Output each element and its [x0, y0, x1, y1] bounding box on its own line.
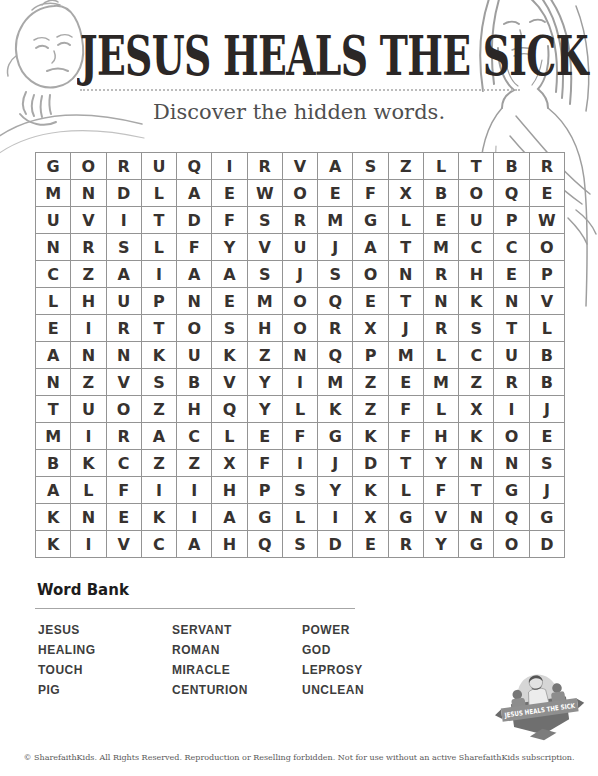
grid-cell-r11c11[interactable]: F: [389, 423, 423, 449]
grid-cell-r1c10[interactable]: S: [353, 153, 387, 179]
grid-cell-r10c2[interactable]: U: [71, 396, 105, 422]
grid-cell-r7c9[interactable]: R: [318, 315, 352, 341]
grid-cell-r15c4[interactable]: C: [142, 531, 176, 557]
grid-cell-r14c5[interactable]: I: [177, 504, 211, 530]
grid-cell-r6c5[interactable]: N: [177, 288, 211, 314]
grid-cell-r3c13[interactable]: U: [459, 207, 493, 233]
grid-cell-r15c6[interactable]: H: [212, 531, 246, 557]
grid-cell-r11c4[interactable]: A: [142, 423, 176, 449]
grid-cell-r7c5[interactable]: O: [177, 315, 211, 341]
grid-cell-r2c10[interactable]: F: [353, 180, 387, 206]
grid-cell-r15c5[interactable]: A: [177, 531, 211, 557]
grid-cell-r15c9[interactable]: D: [318, 531, 352, 557]
grid-cell-r9c10[interactable]: Z: [353, 369, 387, 395]
grid-cell-r15c15[interactable]: D: [530, 531, 564, 557]
grid-cell-r2c13[interactable]: O: [459, 180, 493, 206]
grid-cell-r3c2[interactable]: V: [71, 207, 105, 233]
grid-cell-r13c13[interactable]: T: [459, 477, 493, 503]
grid-cell-r11c12[interactable]: H: [424, 423, 458, 449]
grid-cell-r8c15[interactable]: B: [530, 342, 564, 368]
grid-cell-r9c12[interactable]: M: [424, 369, 458, 395]
grid-cell-r7c6[interactable]: S: [212, 315, 246, 341]
grid-cell-r13c15[interactable]: J: [530, 477, 564, 503]
grid-cell-r11c8[interactable]: F: [283, 423, 317, 449]
grid-cell-r3c1[interactable]: U: [36, 207, 70, 233]
grid-cell-r11c6[interactable]: L: [212, 423, 246, 449]
grid-cell-r1c5[interactable]: Q: [177, 153, 211, 179]
grid-cell-r3c3[interactable]: I: [107, 207, 141, 233]
grid-cell-r1c4[interactable]: U: [142, 153, 176, 179]
grid-cell-r13c4[interactable]: I: [142, 477, 176, 503]
grid-cell-r1c2[interactable]: O: [71, 153, 105, 179]
grid-cell-r9c14[interactable]: R: [494, 369, 528, 395]
grid-cell-r10c10[interactable]: Z: [353, 396, 387, 422]
grid-cell-r1c3[interactable]: R: [107, 153, 141, 179]
grid-cell-r4c10[interactable]: A: [353, 234, 387, 260]
grid-cell-r15c3[interactable]: V: [107, 531, 141, 557]
grid-cell-r8c7[interactable]: Z: [248, 342, 282, 368]
grid-cell-r6c6[interactable]: E: [212, 288, 246, 314]
word-bank-item-jesus: JESUS: [38, 620, 172, 640]
grid-cell-r9c4[interactable]: S: [142, 369, 176, 395]
grid-cell-r11c3[interactable]: R: [107, 423, 141, 449]
grid-cell-r12c9[interactable]: J: [318, 450, 352, 476]
grid-cell-r8c2[interactable]: N: [71, 342, 105, 368]
grid-cell-r13c12[interactable]: F: [424, 477, 458, 503]
grid-cell-r4c5[interactable]: F: [177, 234, 211, 260]
grid-cell-r10c12[interactable]: L: [424, 396, 458, 422]
grid-cell-r10c7[interactable]: Y: [248, 396, 282, 422]
word-bank-item-roman: ROMAN: [172, 640, 302, 660]
grid-cell-r12c8[interactable]: I: [283, 450, 317, 476]
grid-cell-r11c2[interactable]: I: [71, 423, 105, 449]
grid-cell-r5c6[interactable]: A: [212, 261, 246, 287]
grid-cell-r14c3[interactable]: E: [107, 504, 141, 530]
word-bank-item-unclean: UNCLEAN: [302, 680, 364, 700]
grid-cell-r9c2[interactable]: Z: [71, 369, 105, 395]
grid-cell-r11c10[interactable]: K: [353, 423, 387, 449]
grid-cell-r7c11[interactable]: J: [389, 315, 423, 341]
word-bank-list: JESUSHEALINGTOUCHPIG SERVANTROMANMIRACLE…: [38, 620, 364, 700]
grid-cell-r5c13[interactable]: H: [459, 261, 493, 287]
grid-cell-r5c10[interactable]: O: [353, 261, 387, 287]
subtitle: Discover the hidden words.: [0, 100, 598, 124]
grid-cell-r3c12[interactable]: E: [424, 207, 458, 233]
grid-cell-r15c8[interactable]: S: [283, 531, 317, 557]
grid-cell-r2c5[interactable]: A: [177, 180, 211, 206]
grid-cell-r10c1[interactable]: T: [36, 396, 70, 422]
grid-cell-r11c5[interactable]: C: [177, 423, 211, 449]
word-grid: GORUQIRVASZLTBRMNDLAEWOEFXBOQEUVITDFSRMG…: [35, 152, 565, 558]
grid-cell-r7c10[interactable]: X: [353, 315, 387, 341]
word-bank-column-3: POWERGODLEPROSYUNCLEAN: [302, 620, 364, 700]
word-bank-column-1: JESUSHEALINGTOUCHPIG: [38, 620, 172, 700]
grid-cell-r14c9[interactable]: I: [318, 504, 352, 530]
grid-cell-r13c8[interactable]: S: [283, 477, 317, 503]
grid-cell-r3c15[interactable]: W: [530, 207, 564, 233]
grid-cell-r6c12[interactable]: N: [424, 288, 458, 314]
grid-cell-r8c6[interactable]: K: [212, 342, 246, 368]
word-bank-item-touch: TOUCH: [38, 660, 172, 680]
grid-cell-r7c4[interactable]: T: [142, 315, 176, 341]
word-bank-divider: [35, 608, 355, 609]
grid-cell-r10c9[interactable]: K: [318, 396, 352, 422]
page-title: JESUS HEALS THE SICK: [80, 24, 452, 88]
grid-cell-r11c13[interactable]: K: [459, 423, 493, 449]
grid-cell-r3c14[interactable]: P: [494, 207, 528, 233]
grid-cell-r9c1[interactable]: N: [36, 369, 70, 395]
grid-cell-r8c10[interactable]: P: [353, 342, 387, 368]
grid-cell-r8c8[interactable]: N: [283, 342, 317, 368]
word-bank-item-miracle: MIRACLE: [172, 660, 302, 680]
grid-cell-r6c7[interactable]: M: [248, 288, 282, 314]
grid-cell-r12c1[interactable]: B: [36, 450, 70, 476]
grid-cell-r6c8[interactable]: O: [283, 288, 317, 314]
grid-cell-r7c7[interactable]: H: [248, 315, 282, 341]
grid-cell-r5c7[interactable]: S: [248, 261, 282, 287]
grid-cell-r5c4[interactable]: I: [142, 261, 176, 287]
grid-cell-r1c15[interactable]: R: [530, 153, 564, 179]
word-bank-item-god: GOD: [302, 640, 364, 660]
grid-cell-r5c15[interactable]: P: [530, 261, 564, 287]
grid-cell-r14c11[interactable]: G: [389, 504, 423, 530]
grid-cell-r4c12[interactable]: M: [424, 234, 458, 260]
grid-cell-r13c5[interactable]: I: [177, 477, 211, 503]
grid-cell-r7c3[interactable]: R: [107, 315, 141, 341]
grid-cell-r11c9[interactable]: G: [318, 423, 352, 449]
grid-cell-r13c10[interactable]: K: [353, 477, 387, 503]
grid-cell-r10c14[interactable]: I: [494, 396, 528, 422]
grid-cell-r13c14[interactable]: G: [494, 477, 528, 503]
grid-cell-r14c7[interactable]: G: [248, 504, 282, 530]
grid-cell-r6c9[interactable]: Q: [318, 288, 352, 314]
grid-cell-r10c8[interactable]: L: [283, 396, 317, 422]
grid-cell-r11c15[interactable]: E: [530, 423, 564, 449]
grid-cell-r14c10[interactable]: X: [353, 504, 387, 530]
grid-cell-r8c12[interactable]: L: [424, 342, 458, 368]
grid-cell-r4c13[interactable]: C: [459, 234, 493, 260]
word-bank-item-servant: SERVANT: [172, 620, 302, 640]
grid-cell-r3c9[interactable]: M: [318, 207, 352, 233]
grid-cell-r3c6[interactable]: F: [212, 207, 246, 233]
grid-cell-r11c1[interactable]: M: [36, 423, 70, 449]
grid-cell-r8c13[interactable]: C: [459, 342, 493, 368]
grid-cell-r7c13[interactable]: S: [459, 315, 493, 341]
grid-cell-r2c7[interactable]: W: [248, 180, 282, 206]
grid-cell-r11c7[interactable]: E: [248, 423, 282, 449]
grid-cell-r13c2[interactable]: L: [71, 477, 105, 503]
grid-cell-r2c11[interactable]: X: [389, 180, 423, 206]
grid-cell-r15c11[interactable]: R: [389, 531, 423, 557]
grid-cell-r14c13[interactable]: N: [459, 504, 493, 530]
word-bank-item-pig: PIG: [38, 680, 172, 700]
grid-cell-r5c12[interactable]: R: [424, 261, 458, 287]
grid-cell-r14c4[interactable]: K: [142, 504, 176, 530]
grid-cell-r14c12[interactable]: V: [424, 504, 458, 530]
grid-cell-r4c11[interactable]: T: [389, 234, 423, 260]
grid-cell-r10c13[interactable]: X: [459, 396, 493, 422]
grid-cell-r5c9[interactable]: S: [318, 261, 352, 287]
grid-cell-r8c4[interactable]: K: [142, 342, 176, 368]
grid-cell-r14c6[interactable]: A: [212, 504, 246, 530]
grid-cell-r10c4[interactable]: Z: [142, 396, 176, 422]
grid-cell-r9c13[interactable]: Z: [459, 369, 493, 395]
grid-cell-r1c13[interactable]: T: [459, 153, 493, 179]
word-bank-item-healing: HEALING: [38, 640, 172, 660]
grid-cell-r12c2[interactable]: K: [71, 450, 105, 476]
grid-cell-r1c6[interactable]: I: [212, 153, 246, 179]
grid-cell-r4c4[interactable]: L: [142, 234, 176, 260]
grid-cell-r9c9[interactable]: M: [318, 369, 352, 395]
grid-cell-r7c2[interactable]: I: [71, 315, 105, 341]
grid-cell-r9c11[interactable]: E: [389, 369, 423, 395]
grid-cell-r15c12[interactable]: Y: [424, 531, 458, 557]
grid-cell-r12c4[interactable]: Z: [142, 450, 176, 476]
word-bank-item-centurion: CENTURION: [172, 680, 302, 700]
grid-cell-r2c1[interactable]: M: [36, 180, 70, 206]
grid-cell-r4c1[interactable]: N: [36, 234, 70, 260]
grid-cell-r8c1[interactable]: A: [36, 342, 70, 368]
grid-cell-r15c10[interactable]: E: [353, 531, 387, 557]
grid-cell-r15c2[interactable]: I: [71, 531, 105, 557]
grid-cell-r5c1[interactable]: C: [36, 261, 70, 287]
sharefaith-kids-badge: JESUS HEALS THE SICK: [494, 664, 586, 750]
grid-cell-r4c8[interactable]: U: [283, 234, 317, 260]
grid-cell-r13c7[interactable]: P: [248, 477, 282, 503]
grid-cell-r6c13[interactable]: K: [459, 288, 493, 314]
grid-cell-r6c1[interactable]: L: [36, 288, 70, 314]
grid-cell-r5c8[interactable]: J: [283, 261, 317, 287]
grid-cell-r1c14[interactable]: B: [494, 153, 528, 179]
grid-cell-r3c5[interactable]: D: [177, 207, 211, 233]
grid-cell-r1c9[interactable]: A: [318, 153, 352, 179]
grid-cell-r9c6[interactable]: V: [212, 369, 246, 395]
grid-cell-r4c7[interactable]: V: [248, 234, 282, 260]
grid-cell-r8c5[interactable]: U: [177, 342, 211, 368]
grid-cell-r14c8[interactable]: L: [283, 504, 317, 530]
grid-cell-r12c11[interactable]: T: [389, 450, 423, 476]
grid-cell-r10c5[interactable]: H: [177, 396, 211, 422]
grid-cell-r9c3[interactable]: V: [107, 369, 141, 395]
grid-cell-r4c3[interactable]: S: [107, 234, 141, 260]
grid-cell-r12c7[interactable]: F: [248, 450, 282, 476]
grid-cell-r5c14[interactable]: E: [494, 261, 528, 287]
grid-cell-r4c9[interactable]: J: [318, 234, 352, 260]
grid-cell-r7c14[interactable]: T: [494, 315, 528, 341]
grid-cell-r12c5[interactable]: Z: [177, 450, 211, 476]
dotted-divider: [80, 89, 520, 91]
grid-cell-r9c15[interactable]: B: [530, 369, 564, 395]
grid-cell-r13c3[interactable]: F: [107, 477, 141, 503]
grid-cell-r2c9[interactable]: E: [318, 180, 352, 206]
grid-cell-r3c11[interactable]: L: [389, 207, 423, 233]
word-bank-item-leprosy: LEPROSY: [302, 660, 364, 680]
grid-cell-r5c11[interactable]: N: [389, 261, 423, 287]
grid-cell-r9c7[interactable]: Y: [248, 369, 282, 395]
word-bank-heading: Word Bank: [37, 581, 129, 599]
grid-cell-r14c2[interactable]: N: [71, 504, 105, 530]
grid-cell-r2c12[interactable]: B: [424, 180, 458, 206]
word-bank-column-2: SERVANTROMANMIRACLECENTURION: [172, 620, 302, 700]
grid-cell-r12c14[interactable]: N: [494, 450, 528, 476]
grid-cell-r12c15[interactable]: S: [530, 450, 564, 476]
grid-cell-r2c4[interactable]: L: [142, 180, 176, 206]
grid-cell-r6c4[interactable]: P: [142, 288, 176, 314]
grid-cell-r10c11[interactable]: F: [389, 396, 423, 422]
grid-cell-r2c15[interactable]: E: [530, 180, 564, 206]
grid-cell-r7c12[interactable]: R: [424, 315, 458, 341]
grid-cell-r12c10[interactable]: D: [353, 450, 387, 476]
grid-cell-r6c2[interactable]: H: [71, 288, 105, 314]
grid-cell-r6c11[interactable]: T: [389, 288, 423, 314]
grid-cell-r14c1[interactable]: K: [36, 504, 70, 530]
grid-cell-r6c3[interactable]: U: [107, 288, 141, 314]
grid-cell-r8c11[interactable]: M: [389, 342, 423, 368]
grid-cell-r9c8[interactable]: I: [283, 369, 317, 395]
grid-cell-r5c2[interactable]: Z: [71, 261, 105, 287]
grid-cell-r1c12[interactable]: L: [424, 153, 458, 179]
grid-cell-r13c6[interactable]: H: [212, 477, 246, 503]
grid-cell-r4c15[interactable]: O: [530, 234, 564, 260]
grid-cell-r13c11[interactable]: L: [389, 477, 423, 503]
grid-cell-r5c3[interactable]: A: [107, 261, 141, 287]
grid-cell-r4c2[interactable]: R: [71, 234, 105, 260]
grid-cell-r8c9[interactable]: Q: [318, 342, 352, 368]
grid-cell-r2c8[interactable]: O: [283, 180, 317, 206]
grid-cell-r3c10[interactable]: G: [353, 207, 387, 233]
grid-cell-r4c14[interactable]: C: [494, 234, 528, 260]
grid-cell-r15c7[interactable]: Q: [248, 531, 282, 557]
grid-cell-r3c7[interactable]: S: [248, 207, 282, 233]
grid-cell-r3c8[interactable]: R: [283, 207, 317, 233]
grid-cell-r6c10[interactable]: E: [353, 288, 387, 314]
grid-cell-r6c14[interactable]: N: [494, 288, 528, 314]
grid-cell-r14c15[interactable]: G: [530, 504, 564, 530]
grid-cell-r13c9[interactable]: Y: [318, 477, 352, 503]
grid-cell-r7c8[interactable]: O: [283, 315, 317, 341]
grid-cell-r15c14[interactable]: O: [494, 531, 528, 557]
grid-cell-r12c3[interactable]: C: [107, 450, 141, 476]
grid-cell-r13c1[interactable]: A: [36, 477, 70, 503]
grid-cell-r6c15[interactable]: V: [530, 288, 564, 314]
grid-cell-r5c5[interactable]: A: [177, 261, 211, 287]
grid-cell-r1c1[interactable]: G: [36, 153, 70, 179]
grid-cell-r2c6[interactable]: E: [212, 180, 246, 206]
grid-cell-r12c13[interactable]: N: [459, 450, 493, 476]
grid-cell-r8c3[interactable]: N: [107, 342, 141, 368]
grid-cell-r12c6[interactable]: X: [212, 450, 246, 476]
grid-cell-r7c1[interactable]: E: [36, 315, 70, 341]
grid-cell-r10c6[interactable]: Q: [212, 396, 246, 422]
grid-cell-r9c5[interactable]: B: [177, 369, 211, 395]
grid-cell-r1c7[interactable]: R: [248, 153, 282, 179]
grid-cell-r10c3[interactable]: O: [107, 396, 141, 422]
word-bank-item-power: POWER: [302, 620, 364, 640]
grid-cell-r8c14[interactable]: U: [494, 342, 528, 368]
grid-cell-r10c15[interactable]: J: [530, 396, 564, 422]
grid-cell-r7c15[interactable]: L: [530, 315, 564, 341]
grid-cell-r1c8[interactable]: V: [283, 153, 317, 179]
grid-cell-r15c13[interactable]: G: [459, 531, 493, 557]
grid-cell-r3c4[interactable]: T: [142, 207, 176, 233]
grid-cell-r4c6[interactable]: Y: [212, 234, 246, 260]
grid-cell-r14c14[interactable]: Q: [494, 504, 528, 530]
grid-cell-r12c12[interactable]: Y: [424, 450, 458, 476]
copyright-footer: © SharefaithKids. All Rights Reserved. R…: [0, 753, 598, 762]
grid-cell-r2c3[interactable]: D: [107, 180, 141, 206]
grid-cell-r2c2[interactable]: N: [71, 180, 105, 206]
grid-cell-r11c14[interactable]: O: [494, 423, 528, 449]
grid-cell-r2c14[interactable]: Q: [494, 180, 528, 206]
grid-cell-r15c1[interactable]: K: [36, 531, 70, 557]
grid-cell-r1c11[interactable]: Z: [389, 153, 423, 179]
